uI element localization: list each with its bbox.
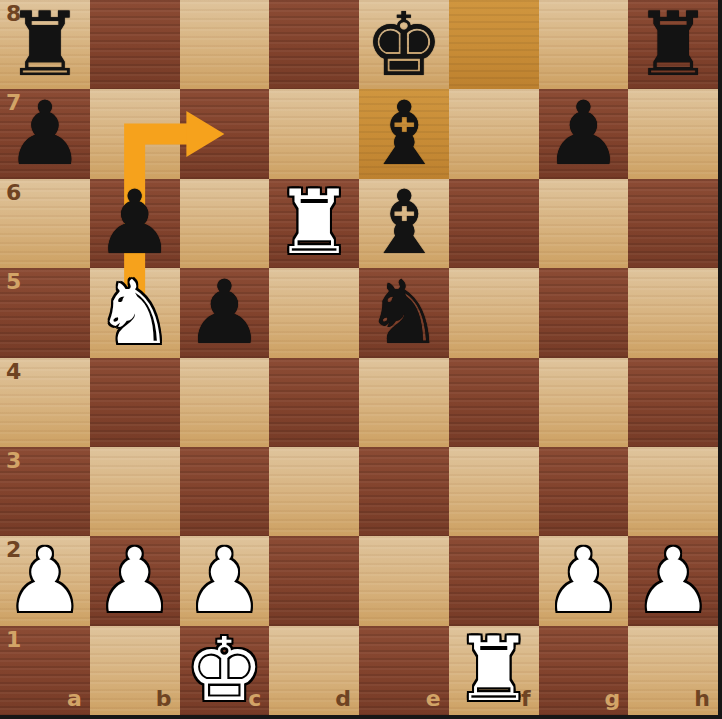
square-e6[interactable]: ♝	[359, 179, 449, 268]
square-c4[interactable]	[180, 358, 270, 447]
square-g7[interactable]: ♟	[539, 89, 629, 178]
piece-black-pawn[interactable]: ♟	[539, 89, 629, 178]
file-label-g: g	[605, 688, 621, 710]
square-c1[interactable]: c♚	[180, 626, 270, 715]
square-c7[interactable]	[180, 89, 270, 178]
file-label-b: b	[156, 688, 172, 710]
square-h8[interactable]: ♜	[628, 0, 718, 89]
square-c6[interactable]	[180, 179, 270, 268]
file-label-e: e	[426, 688, 441, 710]
square-a6[interactable]: 6	[0, 179, 90, 268]
square-g1[interactable]: g	[539, 626, 629, 715]
piece-white-pawn[interactable]: ♟	[90, 536, 180, 625]
chess-board-window: 8♜♚♜7♟♝♟6♟♜♝5♞♟♞432♟♟♟♟♟1abc♚def♜gh	[0, 0, 722, 719]
square-e7[interactable]: ♝	[359, 89, 449, 178]
piece-black-knight[interactable]: ♞	[359, 268, 449, 357]
square-f6[interactable]	[449, 179, 539, 268]
piece-white-pawn[interactable]: ♟	[628, 536, 718, 625]
file-label-h: h	[694, 688, 710, 710]
square-h4[interactable]	[628, 358, 718, 447]
rank-label-6: 6	[6, 182, 21, 204]
square-b2[interactable]: ♟	[90, 536, 180, 625]
piece-white-knight[interactable]: ♞	[90, 268, 180, 357]
square-f4[interactable]	[449, 358, 539, 447]
square-d5[interactable]	[269, 268, 359, 357]
square-f8[interactable]	[449, 0, 539, 89]
piece-white-pawn[interactable]: ♟	[0, 536, 90, 625]
square-b4[interactable]	[90, 358, 180, 447]
square-c5[interactable]: ♟	[180, 268, 270, 357]
piece-black-bishop[interactable]: ♝	[359, 89, 449, 178]
square-a1[interactable]: 1a	[0, 626, 90, 715]
square-d4[interactable]	[269, 358, 359, 447]
square-f1[interactable]: f♜	[449, 626, 539, 715]
square-g2[interactable]: ♟	[539, 536, 629, 625]
piece-black-pawn[interactable]: ♟	[0, 89, 90, 178]
square-d1[interactable]: d	[269, 626, 359, 715]
piece-black-rook[interactable]: ♜	[0, 0, 90, 89]
square-b1[interactable]: b	[90, 626, 180, 715]
square-d6[interactable]: ♜	[269, 179, 359, 268]
square-g3[interactable]	[539, 447, 629, 536]
square-g6[interactable]	[539, 179, 629, 268]
square-h6[interactable]	[628, 179, 718, 268]
square-h2[interactable]: ♟	[628, 536, 718, 625]
square-d2[interactable]	[269, 536, 359, 625]
square-h5[interactable]	[628, 268, 718, 357]
square-b5[interactable]: ♞	[90, 268, 180, 357]
chess-board: 8♜♚♜7♟♝♟6♟♜♝5♞♟♞432♟♟♟♟♟1abc♚def♜gh	[0, 0, 718, 715]
square-c2[interactable]: ♟	[180, 536, 270, 625]
square-a5[interactable]: 5	[0, 268, 90, 357]
square-b7[interactable]	[90, 89, 180, 178]
square-c8[interactable]	[180, 0, 270, 89]
square-g4[interactable]	[539, 358, 629, 447]
piece-white-rook[interactable]: ♜	[269, 179, 359, 268]
square-f7[interactable]	[449, 89, 539, 178]
square-g8[interactable]	[539, 0, 629, 89]
square-h1[interactable]: h	[628, 626, 718, 715]
square-d3[interactable]	[269, 447, 359, 536]
square-c3[interactable]	[180, 447, 270, 536]
piece-white-pawn[interactable]: ♟	[180, 536, 270, 625]
square-d8[interactable]	[269, 0, 359, 89]
square-b3[interactable]	[90, 447, 180, 536]
square-b8[interactable]	[90, 0, 180, 89]
square-b6[interactable]: ♟	[90, 179, 180, 268]
rank-label-4: 4	[6, 361, 21, 383]
square-h3[interactable]	[628, 447, 718, 536]
square-a2[interactable]: 2♟	[0, 536, 90, 625]
piece-white-rook[interactable]: ♜	[449, 626, 539, 715]
square-e5[interactable]: ♞	[359, 268, 449, 357]
square-a7[interactable]: 7♟	[0, 89, 90, 178]
square-a8[interactable]: 8♜	[0, 0, 90, 89]
square-f3[interactable]	[449, 447, 539, 536]
piece-black-pawn[interactable]: ♟	[180, 268, 270, 357]
square-d7[interactable]	[269, 89, 359, 178]
piece-black-pawn[interactable]: ♟	[90, 179, 180, 268]
square-e4[interactable]	[359, 358, 449, 447]
square-e1[interactable]: e	[359, 626, 449, 715]
square-h7[interactable]	[628, 89, 718, 178]
square-a4[interactable]: 4	[0, 358, 90, 447]
file-label-a: a	[67, 688, 82, 710]
file-label-d: d	[335, 688, 351, 710]
rank-label-5: 5	[6, 271, 21, 293]
piece-black-king[interactable]: ♚	[359, 0, 449, 89]
piece-black-bishop[interactable]: ♝	[359, 179, 449, 268]
piece-white-pawn[interactable]: ♟	[539, 536, 629, 625]
square-a3[interactable]: 3	[0, 447, 90, 536]
rank-label-3: 3	[6, 450, 21, 472]
piece-white-king[interactable]: ♚	[180, 626, 270, 715]
square-f5[interactable]	[449, 268, 539, 357]
square-e3[interactable]	[359, 447, 449, 536]
square-g5[interactable]	[539, 268, 629, 357]
square-f2[interactable]	[449, 536, 539, 625]
square-e2[interactable]	[359, 536, 449, 625]
square-e8[interactable]: ♚	[359, 0, 449, 89]
piece-black-rook[interactable]: ♜	[628, 0, 718, 89]
